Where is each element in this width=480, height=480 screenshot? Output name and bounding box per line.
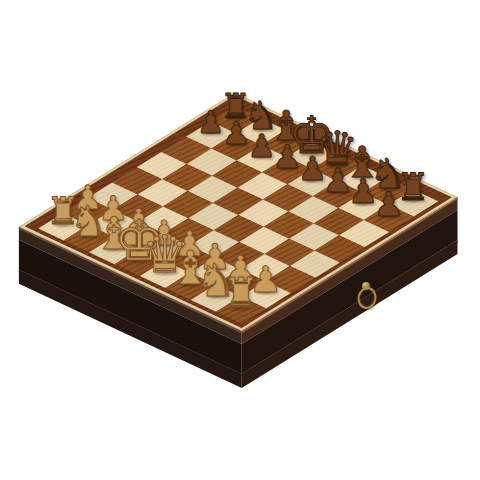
piece-black-pawn-a7[interactable]: ♟: [373, 187, 404, 221]
piece-white-rook-a1[interactable]: ♜: [223, 273, 260, 314]
chess-set-scene: ♜♞♝♛♚♝♞♜♟♟♟♟♟♟♟♟♟♟♟♟♟♟♟♟♜♞♝♛♚♝♞♜: [0, 0, 480, 480]
piece-black-pawn-g7[interactable]: ♟: [222, 118, 250, 150]
piece-black-pawn-h7[interactable]: ♟: [197, 106, 225, 137]
